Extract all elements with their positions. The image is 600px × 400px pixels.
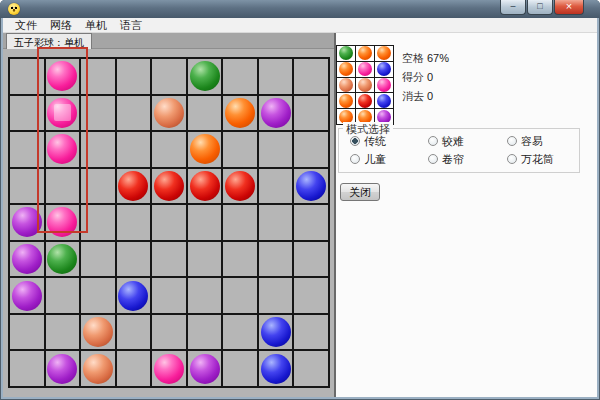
ball-orange[interactable] <box>190 134 220 164</box>
smiley-app-icon <box>8 3 20 15</box>
board-cell[interactable] <box>10 351 44 386</box>
board-cell[interactable] <box>117 205 151 240</box>
stat-value: 67% <box>427 52 449 64</box>
board-cell[interactable] <box>152 96 186 131</box>
menu-item-1[interactable]: 网络 <box>47 18 75 33</box>
ball-orange[interactable] <box>225 98 255 128</box>
board-cell[interactable] <box>188 278 222 313</box>
board-cell[interactable] <box>294 242 328 277</box>
board-cell[interactable] <box>188 351 222 386</box>
side-panel: 空格67%得分0消去0 模式选择 传统较难容易儿童卷帘万花筒 关闭 <box>334 33 597 397</box>
preview-ball-orange <box>339 94 353 108</box>
ball-red[interactable] <box>154 171 184 201</box>
board-cell[interactable] <box>81 242 115 277</box>
preview-cell <box>337 93 355 108</box>
board-cell[interactable] <box>152 351 186 386</box>
ball-salmon[interactable] <box>154 98 184 128</box>
radio-icon[interactable] <box>428 136 438 146</box>
board-cell[interactable] <box>152 132 186 167</box>
preview-cell <box>375 62 393 77</box>
stat-value: 0 <box>427 90 433 102</box>
title-bar[interactable]: –□× <box>0 0 600 18</box>
mode-option-label: 儿童 <box>364 152 386 167</box>
stats-block: 空格67%得分0消去0 <box>402 51 449 108</box>
minimize-button[interactable]: – <box>500 0 526 15</box>
stat-label: 得分 <box>402 70 426 85</box>
mode-groupbox: 模式选择 传统较难容易儿童卷帘万花筒 <box>338 128 580 173</box>
board-cell[interactable] <box>117 278 151 313</box>
board-cell[interactable] <box>223 96 257 131</box>
board-cell[interactable] <box>46 278 80 313</box>
board-cell[interactable] <box>294 96 328 131</box>
radio-icon[interactable] <box>507 136 517 146</box>
board-cell[interactable] <box>294 205 328 240</box>
ball-salmon[interactable] <box>83 354 113 384</box>
board-cell[interactable] <box>10 242 44 277</box>
board-cell[interactable] <box>81 351 115 386</box>
board-cell[interactable] <box>117 96 151 131</box>
board-cell[interactable] <box>117 132 151 167</box>
board-cell[interactable] <box>152 315 186 350</box>
preview-ball-orange <box>339 62 353 76</box>
board-cell[interactable] <box>259 278 293 313</box>
mode-option-0[interactable]: 传统 <box>350 135 386 147</box>
preview-ball-blue <box>377 94 391 108</box>
board-cell[interactable] <box>223 59 257 94</box>
menu-item-2[interactable]: 单机 <box>82 18 110 33</box>
ball-green[interactable] <box>47 244 77 274</box>
close-button[interactable]: 关闭 <box>340 183 380 201</box>
board-cell[interactable] <box>117 351 151 386</box>
preview-ball-pink <box>377 78 391 92</box>
board-cell[interactable] <box>223 351 257 386</box>
preview-ball-green <box>339 46 353 60</box>
board-cell[interactable] <box>152 59 186 94</box>
ball-blue[interactable] <box>261 354 291 384</box>
ball-blue[interactable] <box>261 317 291 347</box>
board-cell[interactable] <box>223 315 257 350</box>
board-cell[interactable] <box>223 169 257 204</box>
window-controls: –□× <box>499 0 584 15</box>
stat-row-1: 得分0 <box>402 70 449 83</box>
ball-purple[interactable] <box>47 354 77 384</box>
preview-cell <box>337 46 355 61</box>
board-cell[interactable] <box>117 242 151 277</box>
board-cell[interactable] <box>117 59 151 94</box>
ball-red[interactable] <box>118 171 148 201</box>
board-cell[interactable] <box>188 96 222 131</box>
board-cell[interactable] <box>188 242 222 277</box>
board-cell[interactable] <box>259 242 293 277</box>
board-cell[interactable] <box>152 205 186 240</box>
menu-item-0[interactable]: 文件 <box>12 18 40 33</box>
board-cell[interactable] <box>10 278 44 313</box>
ball-purple[interactable] <box>12 281 42 311</box>
preview-cell <box>337 62 355 77</box>
ball-salmon[interactable] <box>83 317 113 347</box>
board-cell[interactable] <box>259 315 293 350</box>
menu-bar: 文件网络单机语言 <box>3 18 597 33</box>
mode-option-label: 较难 <box>442 134 464 149</box>
board-cell[interactable] <box>294 315 328 350</box>
mode-option-label: 传统 <box>364 134 386 149</box>
board-cell[interactable] <box>259 205 293 240</box>
radio-icon[interactable] <box>350 136 360 146</box>
stat-row-2: 消去0 <box>402 89 449 102</box>
board-cell[interactable] <box>46 242 80 277</box>
preview-cell <box>375 46 393 61</box>
board-cell[interactable] <box>294 351 328 386</box>
board-cell[interactable] <box>294 169 328 204</box>
preview-ball-salmon <box>339 78 353 92</box>
board-cell[interactable] <box>223 205 257 240</box>
mode-option-2[interactable]: 容易 <box>507 135 543 147</box>
preview-cell <box>375 93 393 108</box>
board-cell[interactable] <box>152 278 186 313</box>
preview-ball-red <box>358 94 372 108</box>
board-cell[interactable] <box>223 132 257 167</box>
ball-pink[interactable] <box>154 354 184 384</box>
board-cell[interactable] <box>117 169 151 204</box>
mode-option-4[interactable]: 卷帘 <box>428 153 464 165</box>
preview-ball-orange <box>377 46 391 60</box>
preview-cell <box>375 78 393 93</box>
stat-label: 消去 <box>402 89 426 104</box>
board-cell[interactable] <box>188 205 222 240</box>
board-cell[interactable] <box>46 315 80 350</box>
mode-option-1[interactable]: 较难 <box>428 135 464 147</box>
stat-value: 0 <box>427 71 433 83</box>
highlight-rectangle <box>37 47 88 233</box>
radio-icon[interactable] <box>507 154 517 164</box>
mode-option-label: 卷帘 <box>442 152 464 167</box>
mode-option-label: 容易 <box>521 134 543 149</box>
preview-ball-orange <box>358 46 372 60</box>
board-cell[interactable] <box>81 315 115 350</box>
board-cell[interactable] <box>259 132 293 167</box>
board-cell[interactable] <box>259 96 293 131</box>
next-balls-preview <box>336 45 394 125</box>
ball-green[interactable] <box>190 61 220 91</box>
preview-cell <box>356 62 374 77</box>
ball-blue[interactable] <box>118 281 148 311</box>
board-cell[interactable] <box>259 169 293 204</box>
board-cell[interactable] <box>46 351 80 386</box>
ball-blue[interactable] <box>296 171 326 201</box>
board-cell[interactable] <box>223 278 257 313</box>
mode-option-label: 万花筒 <box>521 152 554 167</box>
board-cell[interactable] <box>81 278 115 313</box>
menu-item-3[interactable]: 语言 <box>117 18 145 33</box>
preview-cell <box>356 93 374 108</box>
preview-ball-pink <box>358 62 372 76</box>
maximize-button[interactable]: □ <box>527 0 553 15</box>
preview-ball-salmon <box>358 78 372 92</box>
radio-icon[interactable] <box>428 154 438 164</box>
board-cell[interactable] <box>294 132 328 167</box>
mode-option-3[interactable]: 儿童 <box>350 153 386 165</box>
board-cell[interactable] <box>188 315 222 350</box>
board-cell[interactable] <box>188 59 222 94</box>
preview-cell <box>337 78 355 93</box>
board-cell[interactable] <box>152 242 186 277</box>
app-window: –□× 文件网络单机语言 五子彩球：单机 空格67%得分0消去0 模式选择 传统… <box>0 0 600 400</box>
ball-purple[interactable] <box>190 354 220 384</box>
preview-cell <box>356 46 374 61</box>
ball-purple[interactable] <box>261 98 291 128</box>
board-cell[interactable] <box>223 242 257 277</box>
board-cell[interactable] <box>10 315 44 350</box>
board-cell[interactable] <box>259 351 293 386</box>
board-cell[interactable] <box>294 59 328 94</box>
board-cell[interactable] <box>259 59 293 94</box>
board-cell[interactable] <box>188 132 222 167</box>
ball-purple[interactable] <box>12 244 42 274</box>
board-cell[interactable] <box>117 315 151 350</box>
radio-icon[interactable] <box>350 154 360 164</box>
ball-red[interactable] <box>225 171 255 201</box>
close-button[interactable]: × <box>554 0 584 15</box>
board-cell[interactable] <box>152 169 186 204</box>
preview-cell <box>356 78 374 93</box>
stat-row-0: 空格67% <box>402 51 449 64</box>
board-cell[interactable] <box>188 169 222 204</box>
board-cell[interactable] <box>294 278 328 313</box>
ball-red[interactable] <box>190 171 220 201</box>
stat-label: 空格 <box>402 51 426 66</box>
preview-ball-blue <box>377 62 391 76</box>
mode-option-5[interactable]: 万花筒 <box>507 153 554 165</box>
